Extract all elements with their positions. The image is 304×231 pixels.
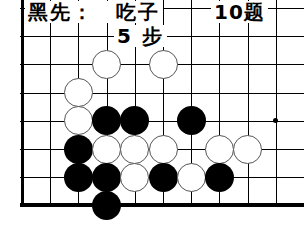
black-stone [205, 163, 234, 192]
white-stone [120, 135, 149, 164]
black-stone [64, 163, 93, 192]
black-stone [149, 163, 178, 192]
grid-line-horizontal [20, 93, 304, 94]
white-stone [64, 78, 93, 107]
black-stone [64, 135, 93, 164]
board-bottom-edge-line [20, 203, 304, 207]
black-stone [92, 191, 121, 220]
problem-number: 10题 [211, 1, 268, 23]
white-stone [120, 163, 149, 192]
black-stone [92, 163, 121, 192]
problem-title: 黑先： 吃子 [25, 1, 163, 23]
white-stone [177, 163, 206, 192]
black-stone [120, 106, 149, 135]
white-stone [64, 106, 93, 135]
white-stone [92, 135, 121, 164]
move-count: 5 步 [114, 25, 167, 47]
star-point [273, 118, 278, 123]
white-stone [92, 50, 121, 79]
grid-line-horizontal [20, 121, 304, 122]
white-stone [233, 135, 262, 164]
white-stone [149, 50, 178, 79]
black-stone [177, 106, 206, 135]
go-problem-diagram: 黑先： 吃子 10题 5 步 [0, 0, 304, 231]
white-stone [205, 135, 234, 164]
white-stone [149, 135, 178, 164]
black-stone [92, 106, 121, 135]
